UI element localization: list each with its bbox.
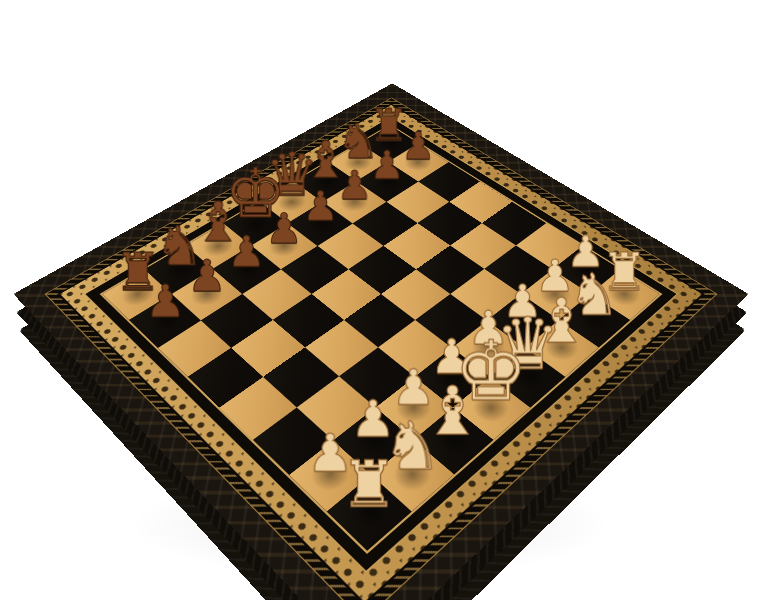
board-scene: ♜♞♝♚♛♝♞♜♟♟♟♟♟♟♟♟♟♟♟♟♟♟♟♟♜♞♝♚♛♝♞♜ (0, 0, 761, 600)
black-pawn-icon: ♟ (369, 146, 404, 185)
carved-frame: ♜♞♝♚♛♝♞♜♟♟♟♟♟♟♟♟♟♟♟♟♟♟♟♟♜♞♝♚♛♝♞♜ (13, 83, 748, 600)
white-rook-icon: ♜ (340, 453, 397, 517)
black-pawn-icon: ♟ (301, 186, 338, 227)
gold-chain-band: ♜♞♝♚♛♝♞♜♟♟♟♟♟♟♟♟♟♟♟♟♟♟♟♟♜♞♝♚♛♝♞♜ (44, 98, 717, 600)
black-pawn-icon: ♟ (265, 208, 303, 250)
gold-filigree-band: ♜♞♝♚♛♝♞♜♟♟♟♟♟♟♟♟♟♟♟♟♟♟♟♟♜♞♝♚♛♝♞♜ (57, 104, 705, 600)
photo-stage: ♜♞♝♚♛♝♞♜♟♟♟♟♟♟♟♟♟♟♟♟♟♟♟♟♜♞♝♚♛♝♞♜ (0, 0, 761, 600)
inner-black-margin: ♜♞♝♚♛♝♞♜♟♟♟♟♟♟♟♟♟♟♟♟♟♟♟♟♜♞♝♚♛♝♞♜ (84, 116, 678, 572)
black-pawn-icon: ♟ (187, 254, 226, 298)
chess-box-board: ♜♞♝♚♛♝♞♜♟♟♟♟♟♟♟♟♟♟♟♟♟♟♟♟♜♞♝♚♛♝♞♜ (13, 83, 748, 600)
black-pawn-icon: ♟ (401, 127, 435, 165)
black-pawn-icon: ♟ (336, 166, 372, 206)
black-pawn-icon: ♟ (227, 230, 265, 273)
black-pawn-icon: ♟ (144, 279, 185, 324)
